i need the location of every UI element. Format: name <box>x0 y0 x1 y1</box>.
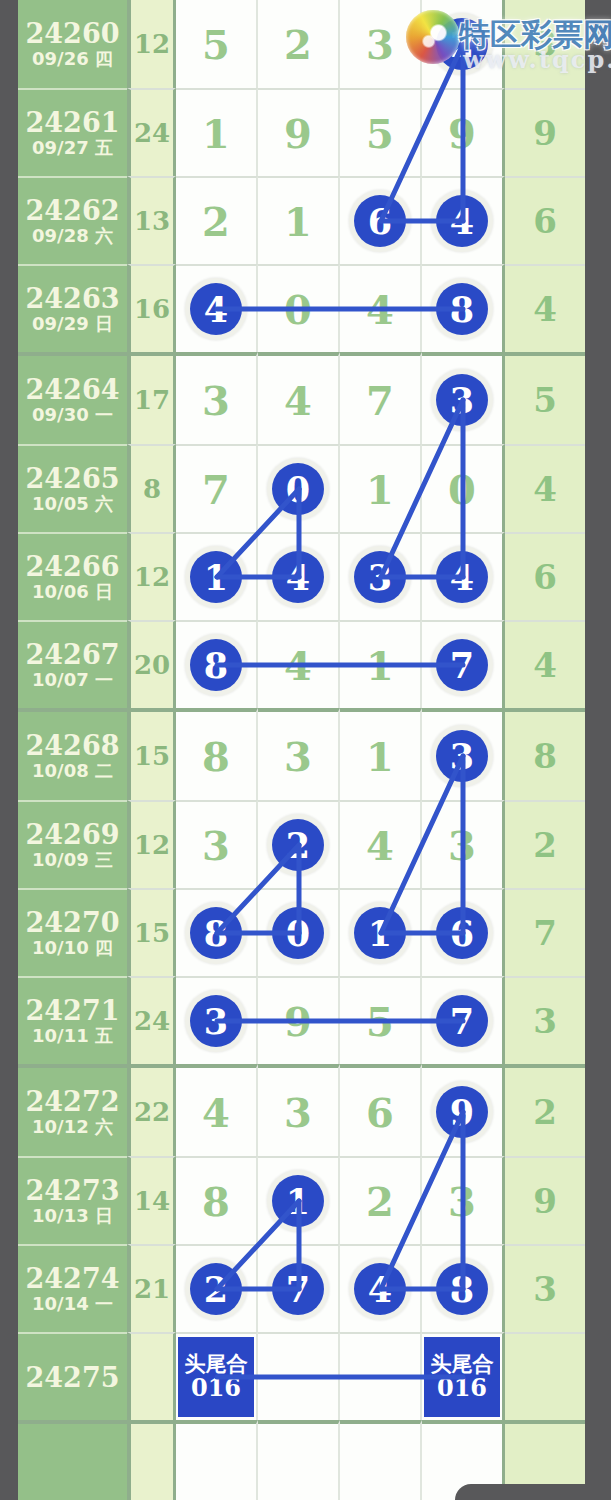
digit: 2 <box>284 21 312 68</box>
digit-cell: 6 <box>422 888 505 976</box>
digit-cell: 1 <box>176 88 258 176</box>
period-number: 24268 <box>26 732 120 759</box>
circled-digit: 7 <box>272 1263 324 1315</box>
draw-row: 2427410/14 一2127483 <box>18 1244 585 1332</box>
tail-cell: 4 <box>505 620 585 708</box>
circled-digit: 6 <box>354 195 406 247</box>
digit-cell: 7 <box>422 976 505 1064</box>
digit: 5 <box>202 21 230 68</box>
digit-cell: 2 <box>176 176 258 264</box>
sum-value: 12 <box>134 29 170 59</box>
digit-cell <box>340 1332 422 1420</box>
draw-row: 2427010/10 四1580167 <box>18 888 585 976</box>
draw-date: 10/05 六 <box>32 495 113 513</box>
period-cell: 2427410/14 一 <box>18 1244 127 1332</box>
digit: 5 <box>366 110 394 157</box>
digit-cell: 7 <box>258 1244 340 1332</box>
sum-value: 21 <box>134 1274 170 1304</box>
sum-cell: 24 <box>127 88 176 176</box>
head-tail-sum-value: 016 <box>437 1375 487 1400</box>
sum-cell: 20 <box>127 620 176 708</box>
digit-cell: 3 <box>258 1064 340 1156</box>
period-cell: 2427210/12 六 <box>18 1064 127 1156</box>
digit: 6 <box>366 1089 394 1136</box>
draw-date: 09/29 日 <box>32 315 113 333</box>
period-number: 24274 <box>26 1265 120 1292</box>
tail-digit: 9 <box>533 1181 557 1221</box>
tail-digit: 7 <box>533 913 557 953</box>
circled-digit: 8 <box>436 283 488 335</box>
period-number: 24266 <box>26 553 120 580</box>
sum-value: 22 <box>134 1097 170 1127</box>
digit-cell: 4 <box>340 264 422 352</box>
digit-cell: 7 <box>422 620 505 708</box>
digit-cell <box>258 1332 340 1420</box>
digit: 4 <box>284 642 312 689</box>
period-cell: 2427110/11 五 <box>18 976 127 1064</box>
period-number: 24264 <box>26 376 120 403</box>
period-cell: 2426209/28 六 <box>18 176 127 264</box>
tail-digit: 4 <box>533 645 557 685</box>
draw-row: 2426009/26 四1252323 <box>18 0 585 88</box>
circled-digit: 2 <box>436 18 488 70</box>
digit-cell: 2 <box>258 800 340 888</box>
digit-cell: 3 <box>176 800 258 888</box>
digit: 9 <box>448 110 476 157</box>
digit: 3 <box>448 1178 476 1225</box>
digit: 3 <box>202 822 230 869</box>
sum-cell: 15 <box>127 888 176 976</box>
left-gutter <box>0 0 18 1500</box>
digit-cell: 2 <box>422 0 505 88</box>
draw-row: 2426309/29 日1640484 <box>18 264 585 352</box>
digit-cell: 8 <box>176 1156 258 1244</box>
circled-digit: 1 <box>190 551 242 603</box>
digit-cell: 9 <box>258 88 340 176</box>
sum-value: 12 <box>134 830 170 860</box>
sum-cell: 12 <box>127 800 176 888</box>
digit: 4 <box>202 1089 230 1136</box>
digit: 2 <box>202 198 230 245</box>
head-tail-sum-label: 头尾合 <box>185 1353 248 1375</box>
circled-digit: 3 <box>436 730 488 782</box>
tail-cell: 3 <box>505 1244 585 1332</box>
digit-cell: 4 <box>258 352 340 444</box>
sum-cell: 24 <box>127 976 176 1064</box>
circled-digit: 8 <box>436 1263 488 1315</box>
digit-cell: 4 <box>176 1064 258 1156</box>
draw-row: 2427110/11 五2439573 <box>18 976 585 1064</box>
digit-cell: 3 <box>258 708 340 800</box>
circled-digit: 1 <box>354 907 406 959</box>
period-cell: 2427010/10 四 <box>18 888 127 976</box>
tail-cell: 8 <box>505 708 585 800</box>
digit: 1 <box>284 198 312 245</box>
digit-cell: 3 <box>422 708 505 800</box>
digit-cell: 4 <box>258 620 340 708</box>
sum-cell: 21 <box>127 1244 176 1332</box>
sum-cell: 12 <box>127 0 176 88</box>
sum-value: 13 <box>134 206 170 236</box>
digit-cell: 5 <box>340 976 422 1064</box>
draw-row: 2426710/07 一2084174 <box>18 620 585 708</box>
trend-chart-page: 2426009/26 四12523232426109/27 五241959924… <box>0 0 611 1500</box>
digit-cell: 0 <box>258 888 340 976</box>
circled-digit: 7 <box>436 639 488 691</box>
sum-cell: 17 <box>127 352 176 444</box>
draw-date: 09/30 一 <box>32 406 113 424</box>
period-cell: 2426810/08 二 <box>18 708 127 800</box>
period-cell: 2426109/27 五 <box>18 88 127 176</box>
digit-cell: 5 <box>340 88 422 176</box>
tail-cell: 7 <box>505 888 585 976</box>
digit-cell: 2 <box>258 0 340 88</box>
tail-digit: 6 <box>533 201 557 241</box>
digit: 3 <box>284 1089 312 1136</box>
draw-row: 2426409/30 一1734735 <box>18 352 585 444</box>
draw-date: 10/14 一 <box>32 1295 113 1313</box>
tail-digit: 6 <box>533 557 557 597</box>
digit-cell: 4 <box>258 532 340 620</box>
draw-row: 2426810/08 二1583138 <box>18 708 585 800</box>
digit-cell: 3 <box>422 1156 505 1244</box>
sum-cell: 13 <box>127 176 176 264</box>
digit: 3 <box>202 377 230 424</box>
digit-cell: 7 <box>176 444 258 532</box>
draw-row: 2426510/05 六870104 <box>18 444 585 532</box>
draw-date: 10/08 二 <box>32 762 113 780</box>
period-cell: 24275 <box>18 1332 127 1420</box>
period-number: 24265 <box>26 465 120 492</box>
sum-cell: 12 <box>127 532 176 620</box>
draw-date: 09/26 四 <box>32 50 113 68</box>
period-number: 24269 <box>26 821 120 848</box>
digit: 1 <box>202 110 230 157</box>
digit: 3 <box>284 733 312 780</box>
digit-cell: 6 <box>340 176 422 264</box>
tail-digit: 2 <box>533 1092 557 1132</box>
digit-cell: 1 <box>340 620 422 708</box>
sum-cell <box>127 1420 176 1500</box>
draw-date: 09/27 五 <box>32 139 113 157</box>
digit-cell: 8 <box>176 708 258 800</box>
digit-cell: 1 <box>340 708 422 800</box>
digit-cell: 4 <box>340 1244 422 1332</box>
digit-cell: 1 <box>340 888 422 976</box>
digit-cell: 1 <box>340 444 422 532</box>
digit-cell: 0 <box>258 264 340 352</box>
digit-cell: 7 <box>340 352 422 444</box>
digit: 4 <box>366 822 394 869</box>
period-number: 24267 <box>26 641 120 668</box>
digit-cell: 3 <box>176 976 258 1064</box>
digit-cell: 0 <box>422 444 505 532</box>
tail-digit: 3 <box>533 1269 557 1309</box>
period-number: 24261 <box>26 109 120 136</box>
digit-cell: 2 <box>340 1156 422 1244</box>
digit-cell: 3 <box>340 532 422 620</box>
circled-digit: 4 <box>354 1263 406 1315</box>
digit-cell <box>176 1420 258 1500</box>
draw-date: 10/06 日 <box>32 583 113 601</box>
sum-value: 15 <box>134 741 170 771</box>
circled-digit: 8 <box>190 639 242 691</box>
period-number: 24270 <box>26 909 120 936</box>
digit-cell: 头尾合016 <box>422 1332 505 1420</box>
head-tail-sum-square: 头尾合016 <box>178 1337 254 1417</box>
period-cell: 2426510/05 六 <box>18 444 127 532</box>
circled-digit: 4 <box>272 551 324 603</box>
circled-digit: 0 <box>272 463 324 515</box>
sum-value: 16 <box>134 294 170 324</box>
sum-value: 24 <box>134 118 170 148</box>
tail-cell <box>505 1332 585 1420</box>
sum-cell: 14 <box>127 1156 176 1244</box>
digit: 7 <box>202 466 230 513</box>
tail-digit: 9 <box>533 113 557 153</box>
draw-row: 2426109/27 五2419599 <box>18 88 585 176</box>
sum-value: 14 <box>134 1186 170 1216</box>
tail-digit: 3 <box>533 1001 557 1041</box>
digit-cell: 4 <box>422 532 505 620</box>
circled-digit: 3 <box>436 374 488 426</box>
period-cell: 2426610/06 日 <box>18 532 127 620</box>
draw-date: 10/09 三 <box>32 851 113 869</box>
footer-row: 24275头尾合016头尾合016 <box>18 1332 585 1420</box>
tail-digit: 4 <box>533 289 557 329</box>
circled-digit: 3 <box>354 551 406 603</box>
sum-cell: 15 <box>127 708 176 800</box>
digit-cell: 3 <box>422 800 505 888</box>
digit: 1 <box>366 733 394 780</box>
tail-cell: 6 <box>505 176 585 264</box>
draw-row: 2426610/06 日1214346 <box>18 532 585 620</box>
tail-cell: 2 <box>505 1064 585 1156</box>
period-number: 24272 <box>26 1088 120 1115</box>
circled-digit: 0 <box>272 907 324 959</box>
digit-cell: 1 <box>176 532 258 620</box>
sum-cell: 8 <box>127 444 176 532</box>
digit-cell: 4 <box>176 264 258 352</box>
tail-digit: 4 <box>533 469 557 509</box>
tail-digit: 5 <box>533 380 557 420</box>
digit-cell: 1 <box>258 1156 340 1244</box>
circled-digit: 2 <box>272 819 324 871</box>
sum-value: 20 <box>134 650 170 680</box>
digit: 4 <box>284 377 312 424</box>
digit: 7 <box>366 377 394 424</box>
circled-digit: 8 <box>190 907 242 959</box>
tail-cell: 6 <box>505 532 585 620</box>
period-cell: 2426309/29 日 <box>18 264 127 352</box>
digit-cell: 8 <box>176 888 258 976</box>
digit-cell: 6 <box>340 1064 422 1156</box>
digit: 8 <box>202 733 230 780</box>
head-tail-sum-value: 016 <box>191 1375 241 1400</box>
tail-cell: 4 <box>505 264 585 352</box>
sum-value: 12 <box>134 562 170 592</box>
digit-cell: 5 <box>176 0 258 88</box>
circled-digit: 9 <box>436 1086 488 1138</box>
circled-digit: 4 <box>436 551 488 603</box>
digit-cell: 8 <box>422 264 505 352</box>
digit: 0 <box>284 286 312 333</box>
draw-date: 10/07 一 <box>32 671 113 689</box>
draw-date: 10/10 四 <box>32 939 113 957</box>
digit-cell: 1 <box>258 176 340 264</box>
digit: 3 <box>448 822 476 869</box>
sum-cell <box>127 1332 176 1420</box>
circled-digit: 7 <box>436 995 488 1047</box>
period-number: 24271 <box>26 997 120 1024</box>
digit-cell: 3 <box>176 352 258 444</box>
period-cell: 2426009/26 四 <box>18 0 127 88</box>
digit-cell: 头尾合016 <box>176 1332 258 1420</box>
tail-cell: 3 <box>505 0 585 88</box>
circled-digit: 1 <box>272 1175 324 1227</box>
tail-cell: 3 <box>505 976 585 1064</box>
circled-digit: 4 <box>190 283 242 335</box>
digit: 2 <box>366 1178 394 1225</box>
sum-value: 8 <box>143 474 161 504</box>
tail-digit: 8 <box>533 736 557 776</box>
digit-cell <box>340 1420 422 1500</box>
digit: 1 <box>366 466 394 513</box>
tail-digit: 3 <box>533 24 557 64</box>
digit-cell: 9 <box>422 88 505 176</box>
draw-date: 10/12 六 <box>32 1118 113 1136</box>
sum-value: 17 <box>134 385 170 415</box>
circled-digit: 2 <box>190 1263 242 1315</box>
digit-cell: 8 <box>176 620 258 708</box>
period-cell: 2427310/13 日 <box>18 1156 127 1244</box>
digit: 8 <box>202 1178 230 1225</box>
tail-cell: 9 <box>505 88 585 176</box>
digit-cell: 4 <box>422 176 505 264</box>
digit-cell: 9 <box>422 1064 505 1156</box>
digit: 1 <box>366 642 394 689</box>
digit: 0 <box>448 466 476 513</box>
circled-digit: 4 <box>436 195 488 247</box>
digit-cell: 2 <box>176 1244 258 1332</box>
period-cell: 2426409/30 一 <box>18 352 127 444</box>
sum-value: 15 <box>134 918 170 948</box>
right-gutter <box>585 0 611 1500</box>
draw-row: 2426910/09 三1232432 <box>18 800 585 888</box>
tail-digit: 2 <box>533 825 557 865</box>
draw-date: 09/28 六 <box>32 227 113 245</box>
digit-cell: 3 <box>422 352 505 444</box>
digit: 5 <box>366 998 394 1045</box>
period-cell: 2426910/09 三 <box>18 800 127 888</box>
head-tail-sum-square: 头尾合016 <box>424 1337 500 1417</box>
digit-cell: 9 <box>258 976 340 1064</box>
sum-cell: 22 <box>127 1064 176 1156</box>
digit-cell: 8 <box>422 1244 505 1332</box>
period-number: 24275 <box>26 1364 120 1391</box>
tail-cell: 9 <box>505 1156 585 1244</box>
digit: 9 <box>284 110 312 157</box>
tail-cell: 4 <box>505 444 585 532</box>
period-number: 24260 <box>26 20 120 47</box>
digit: 4 <box>366 286 394 333</box>
draw-date: 10/11 五 <box>32 1027 113 1045</box>
period-cell <box>18 1420 127 1500</box>
draw-date: 10/13 日 <box>32 1207 113 1225</box>
digit-cell <box>258 1420 340 1500</box>
circled-digit: 3 <box>190 995 242 1047</box>
tail-cell: 5 <box>505 352 585 444</box>
digit: 3 <box>366 21 394 68</box>
period-number: 24273 <box>26 1177 120 1204</box>
tail-cell: 2 <box>505 800 585 888</box>
digit-cell: 0 <box>258 444 340 532</box>
draw-row: 2427310/13 日1481239 <box>18 1156 585 1244</box>
period-number: 24262 <box>26 197 120 224</box>
sum-value: 24 <box>134 1006 170 1036</box>
period-number: 24263 <box>26 285 120 312</box>
period-cell: 2426710/07 一 <box>18 620 127 708</box>
circled-digit: 6 <box>436 907 488 959</box>
draw-row: 2427210/12 六2243692 <box>18 1064 585 1156</box>
digit-cell: 4 <box>340 800 422 888</box>
digit-cell: 3 <box>340 0 422 88</box>
bottom-right-overlay <box>455 1484 611 1500</box>
head-tail-sum-label: 头尾合 <box>431 1353 494 1375</box>
draw-row: 2426209/28 六1321646 <box>18 176 585 264</box>
sum-cell: 16 <box>127 264 176 352</box>
digit: 9 <box>284 998 312 1045</box>
